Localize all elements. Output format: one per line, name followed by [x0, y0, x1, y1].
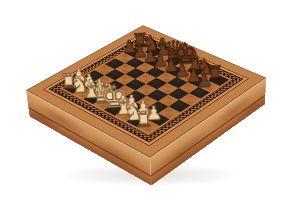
black-pawn[interactable]: ♟ — [196, 71, 212, 90]
white-rook[interactable]: ♜ — [134, 108, 151, 130]
chess-box: ♜♞♝♛♚♝♞♜♟♟♟♟♟♟♟♟♟♟♟♟♟♟♟♟♜♞♝♛♚♝♞♜ — [26, 25, 266, 157]
photo-scene: ♜♞♝♛♚♝♞♜♟♟♟♟♟♟♟♟♟♟♟♟♟♟♟♟♜♞♝♛♚♝♞♜ — [0, 0, 290, 203]
board-top: ♜♞♝♛♚♝♞♜♟♟♟♟♟♟♟♟♟♟♟♟♟♟♟♟♜♞♝♛♚♝♞♜ — [26, 25, 266, 157]
